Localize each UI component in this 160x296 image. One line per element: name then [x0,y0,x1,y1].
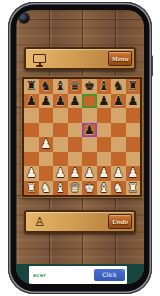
square-d5[interactable] [68,123,83,138]
square-e2[interactable]: ♟ [82,166,97,181]
square-c7[interactable]: ♟ [53,94,68,109]
square-e7[interactable] [82,94,97,109]
square-d6[interactable] [68,108,83,123]
square-g5[interactable] [111,123,126,138]
square-d4[interactable] [68,137,83,152]
square-a8[interactable]: ♜ [24,79,39,94]
piece-wP-e2[interactable]: ♟ [82,166,97,181]
piece-bB-c8[interactable]: ♝ [53,79,68,94]
square-b2[interactable] [39,166,54,181]
piece-bP-f7[interactable]: ♟ [97,94,112,109]
square-f2[interactable]: ♟ [97,166,112,181]
square-a6[interactable] [24,108,39,123]
square-g1[interactable]: ♞ [111,181,126,196]
square-e4[interactable] [82,137,97,152]
square-d7[interactable]: ♟ [68,94,83,109]
square-h3[interactable] [126,152,141,167]
chess-board-frame: ♜♞♝♛♚♝♞♜♟♟♟♟♟♟♟♟♟♟♟♟♟♟♟♟♜♞♝♛♚♝♞♜ [22,77,142,197]
piece-wB-c1[interactable]: ♝ [53,181,68,196]
square-g2[interactable]: ♟ [111,166,126,181]
piece-wB-f1[interactable]: ♝ [97,181,112,196]
square-c5[interactable] [53,123,68,138]
square-c1[interactable]: ♝ [53,181,68,196]
square-c6[interactable] [53,108,68,123]
square-f6[interactable] [97,108,112,123]
piece-bB-f8[interactable]: ♝ [97,79,112,94]
square-a1[interactable]: ♜ [24,181,39,196]
square-h8[interactable]: ♜ [126,79,141,94]
monitor-icon [33,54,46,67]
square-g3[interactable] [111,152,126,167]
square-h4[interactable] [126,137,141,152]
square-c3[interactable] [53,152,68,167]
square-g7[interactable]: ♟ [111,94,126,109]
square-g6[interactable] [111,108,126,123]
square-f3[interactable] [97,152,112,167]
piece-bQ-d8[interactable]: ♛ [68,79,83,94]
square-d3[interactable] [68,152,83,167]
pawn-icon: ♙ [34,215,45,229]
square-f8[interactable]: ♝ [97,79,112,94]
piece-bR-a8[interactable]: ♜ [24,79,39,94]
square-f5[interactable] [97,123,112,138]
square-a3[interactable] [24,152,39,167]
square-b8[interactable]: ♞ [39,79,54,94]
square-c8[interactable]: ♝ [53,79,68,94]
square-e8[interactable]: ♚ [82,79,97,94]
square-b6[interactable] [39,108,54,123]
square-h7[interactable]: ♟ [126,94,141,109]
menu-button[interactable]: Menu [108,51,132,66]
piece-wP-h2[interactable]: ♟ [126,166,141,181]
square-f1[interactable]: ♝ [97,181,112,196]
square-a4[interactable] [24,137,39,152]
square-h1[interactable]: ♜ [126,181,141,196]
piece-bP-h7[interactable]: ♟ [126,94,141,109]
piece-bP-g7[interactable]: ♟ [111,94,126,109]
bottom-bar: ♙ Undo [24,210,136,233]
square-e6[interactable] [82,108,97,123]
piece-wN-b1[interactable]: ♞ [39,181,54,196]
piece-wK-e1[interactable]: ♚ [82,181,97,196]
square-a2[interactable]: ♟ [24,166,39,181]
ad-strip: ecer Click ▷ [16,264,144,284]
square-d8[interactable]: ♛ [68,79,83,94]
piece-wP-b4[interactable]: ♟ [39,137,54,152]
square-h6[interactable] [126,108,141,123]
top-bar: Menu [24,47,136,70]
piece-bK-e8[interactable]: ♚ [82,79,97,94]
piece-bP-d7[interactable]: ♟ [68,94,83,109]
piece-bP-b7[interactable]: ♟ [39,94,54,109]
piece-wR-h1[interactable]: ♜ [126,181,141,196]
phone-frame: Menu ♜♞♝♛♚♝♞♜♟♟♟♟♟♟♟♟♟♟♟♟♟♟♟♟♜♞♝♛♚♝♞♜ ♙ … [8,2,152,294]
piece-bP-a7[interactable]: ♟ [24,94,39,109]
undo-button[interactable]: Undo [108,214,132,229]
adchoices-icon[interactable]: ▷ [122,266,127,272]
square-f7[interactable]: ♟ [97,94,112,109]
square-e1[interactable]: ♚ [82,181,97,196]
app-screen: Menu ♜♞♝♛♚♝♞♜♟♟♟♟♟♟♟♟♟♟♟♟♟♟♟♟♜♞♝♛♚♝♞♜ ♙ … [16,10,144,284]
square-b3[interactable] [39,152,54,167]
square-b4[interactable]: ♟ [39,137,54,152]
square-d1[interactable]: ♛ [68,181,83,196]
ad-text: ecer [33,273,46,278]
square-a5[interactable] [24,123,39,138]
square-g8[interactable]: ♞ [111,79,126,94]
piece-bR-h8[interactable]: ♜ [126,79,141,94]
piece-wR-a1[interactable]: ♜ [24,181,39,196]
piece-wP-a2[interactable]: ♟ [24,166,39,181]
ad-banner[interactable]: ecer Click ▷ [29,266,127,284]
square-h5[interactable] [126,123,141,138]
square-c2[interactable]: ♟ [53,166,68,181]
piece-wQ-d1[interactable]: ♛ [68,181,83,196]
square-b7[interactable]: ♟ [39,94,54,109]
piece-wP-f2[interactable]: ♟ [97,166,112,181]
front-camera [19,13,29,23]
piece-bP-e5[interactable]: ♟ [82,123,97,138]
piece-bN-g8[interactable]: ♞ [111,79,126,94]
square-e5[interactable]: ♟ [82,123,97,138]
square-b1[interactable]: ♞ [39,181,54,196]
square-c4[interactable] [53,137,68,152]
piece-wN-g1[interactable]: ♞ [111,181,126,196]
ad-click-button[interactable]: Click [94,269,125,281]
square-f4[interactable] [97,137,112,152]
chess-board: ♜♞♝♛♚♝♞♜♟♟♟♟♟♟♟♟♟♟♟♟♟♟♟♟♜♞♝♛♚♝♞♜ [24,79,140,195]
square-e3[interactable] [82,152,97,167]
piece-wP-d2[interactable]: ♟ [68,166,83,181]
piece-wP-g2[interactable]: ♟ [111,166,126,181]
square-b5[interactable] [39,123,54,138]
square-d2[interactable]: ♟ [68,166,83,181]
piece-bN-b8[interactable]: ♞ [39,79,54,94]
piece-bP-c7[interactable]: ♟ [53,94,68,109]
piece-wP-c2[interactable]: ♟ [53,166,68,181]
square-g4[interactable] [111,137,126,152]
square-h2[interactable]: ♟ [126,166,141,181]
square-a7[interactable]: ♟ [24,94,39,109]
